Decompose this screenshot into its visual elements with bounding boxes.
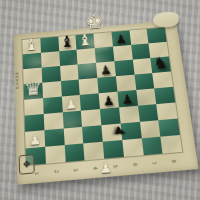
brand-text: CHESS: [14, 61, 24, 100]
white-bishop[interactable]: ♝: [77, 32, 93, 49]
square-c8r4[interactable]: [152, 71, 173, 88]
square-c7r7[interactable]: [139, 120, 160, 138]
square-c8r8[interactable]: [161, 135, 183, 154]
chess-board: ♝♝♝♟♟♞♛♟♟♟♟♟♚♟: [22, 27, 182, 165]
square-c5r6[interactable]: [100, 107, 120, 125]
square-c1r5[interactable]: [24, 98, 43, 115]
square-c7r8[interactable]: [141, 137, 162, 156]
square-c6r4[interactable]: [116, 75, 136, 92]
square-c1r2[interactable]: [23, 53, 42, 69]
black-pawn[interactable]: ♟: [121, 92, 134, 106]
square-c3r2[interactable]: [59, 50, 78, 66]
square-c4r2[interactable]: [77, 48, 96, 64]
black-pawn[interactable]: ♟: [100, 63, 113, 76]
square-c3r6[interactable]: [62, 111, 82, 129]
square-c7r3[interactable]: [132, 58, 152, 75]
coordinate-label: 2: [53, 170, 59, 174]
chess-mat: ♝♝♝♟♟♞♛♟♟♟♟♟♚♟ 12345678 CHESS ❖: [14, 20, 199, 185]
square-c2r6[interactable]: [43, 112, 63, 130]
square-c3r4[interactable]: [60, 79, 80, 96]
square-c4r3[interactable]: [78, 63, 97, 80]
square-c7r5[interactable]: [136, 88, 157, 105]
white-pawn[interactable]: ♟: [65, 97, 77, 111]
emblem-glyph: ❖: [22, 159, 31, 170]
coordinate-label: 6: [131, 163, 138, 167]
square-c8r7[interactable]: [158, 119, 179, 137]
coordinate-label: 3: [72, 168, 79, 172]
square-c2r3[interactable]: [41, 66, 60, 83]
coordinate-label: 7: [151, 161, 158, 165]
square-c2r7[interactable]: [44, 129, 64, 147]
square-c7r4[interactable]: [134, 73, 154, 90]
square-c7r2[interactable]: [131, 43, 151, 59]
square-c2r4[interactable]: [42, 81, 61, 98]
square-c1r6[interactable]: [25, 114, 45, 132]
square-c6r8[interactable]: [122, 138, 143, 157]
square-c4r5[interactable]: [80, 93, 100, 110]
black-pawn[interactable]: ♟: [115, 33, 127, 46]
square-c8r6[interactable]: [156, 102, 177, 120]
square-c4r7[interactable]: [82, 125, 102, 143]
square-c3r3[interactable]: [60, 64, 79, 81]
coordinate-label: 8: [170, 159, 177, 163]
square-c4r4[interactable]: [79, 78, 99, 95]
square-c8r5[interactable]: [154, 87, 175, 104]
square-c5r2[interactable]: [95, 47, 114, 63]
white-pawn[interactable]: ♟: [29, 133, 41, 148]
chess-emblem-logo: ❖: [19, 154, 35, 175]
square-c3r8[interactable]: [64, 143, 85, 162]
square-c3r7[interactable]: [63, 127, 83, 145]
square-c6r6[interactable]: [119, 106, 140, 124]
black-knight[interactable]: ♞: [152, 55, 169, 72]
white-bishop[interactable]: ♝: [24, 37, 39, 54]
white-pawn[interactable]: ♟: [99, 160, 112, 175]
square-c2r2[interactable]: [41, 51, 60, 67]
white-queen[interactable]: ♛: [24, 78, 42, 99]
coordinate-label: 4: [92, 166, 99, 170]
square-c6r3[interactable]: [114, 60, 134, 77]
square-c5r8[interactable]: [103, 140, 124, 159]
white-king[interactable]: ♚: [84, 12, 104, 33]
square-c6r2[interactable]: [113, 45, 133, 61]
square-c2r8[interactable]: [45, 145, 65, 164]
square-c5r4[interactable]: [97, 76, 117, 93]
black-bishop[interactable]: ♝: [59, 34, 75, 51]
square-c2r5[interactable]: [43, 97, 63, 114]
black-pawn[interactable]: ♟: [102, 94, 115, 108]
square-c4r6[interactable]: [81, 109, 101, 127]
square-c4r8[interactable]: [83, 142, 104, 161]
square-c7r6[interactable]: [138, 104, 159, 122]
